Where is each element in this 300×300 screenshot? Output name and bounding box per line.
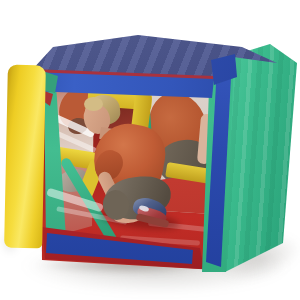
- yellow-corner-bolster: [4, 65, 46, 249]
- product-photo: [0, 0, 300, 300]
- child-hair: [84, 97, 103, 111]
